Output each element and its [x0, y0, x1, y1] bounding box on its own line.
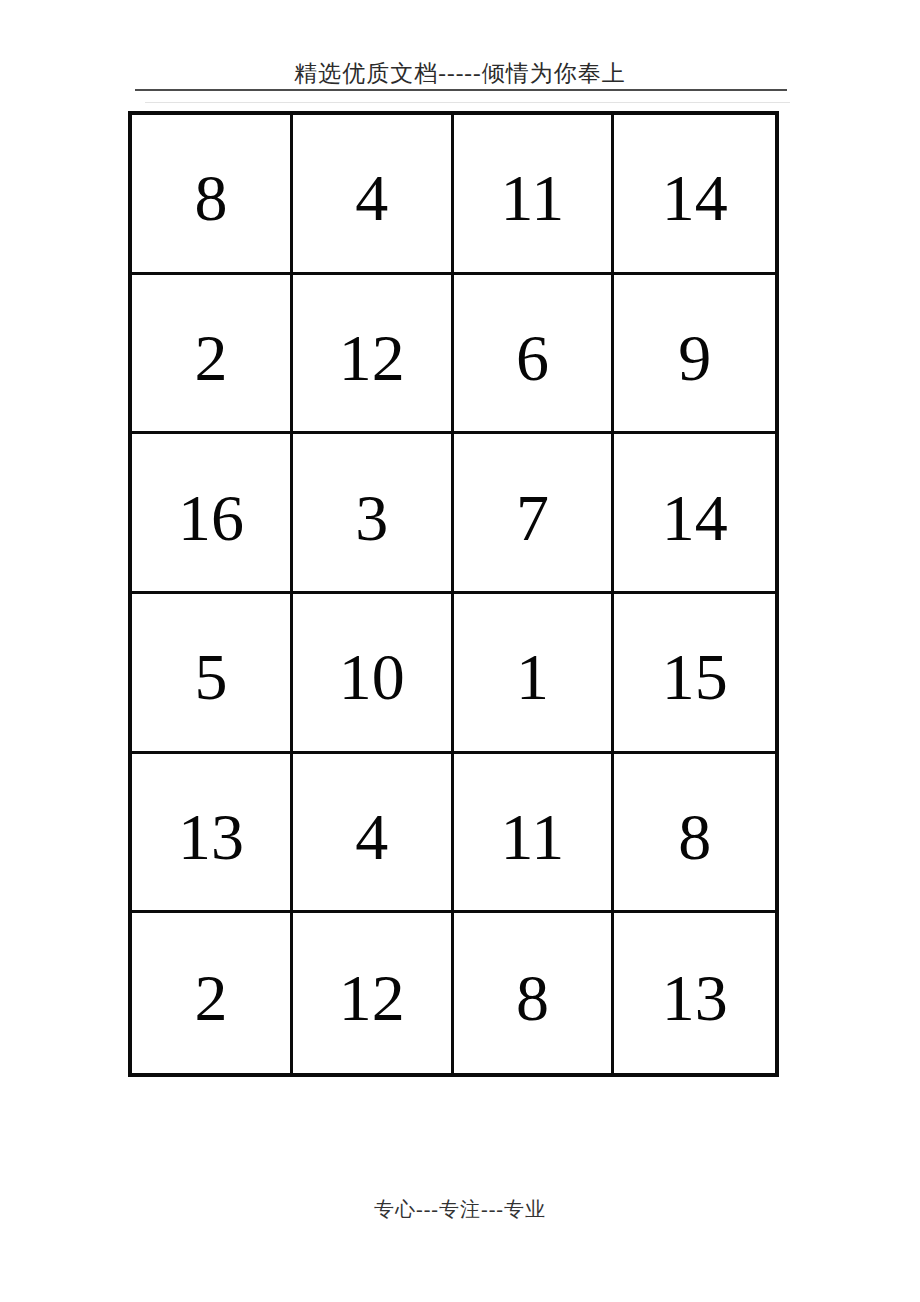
grid-cell-r1c1: 8 — [132, 115, 293, 275]
grid-cell-r2c4: 9 — [614, 275, 775, 435]
grid-cell-r4c1: 5 — [132, 594, 293, 754]
grid-cell-r3c4: 14 — [614, 434, 775, 594]
grid-cell-r1c3: 11 — [454, 115, 615, 275]
grid-cell-r4c3: 1 — [454, 594, 615, 754]
footer-text: 专心---专注---专业 — [0, 1196, 920, 1223]
grid-cell-r2c2: 12 — [293, 275, 454, 435]
grid-cell-r2c3: 6 — [454, 275, 615, 435]
grid-cell-r5c4: 8 — [614, 754, 775, 914]
grid-cell-r4c2: 10 — [293, 594, 454, 754]
grid-cell-r1c2: 4 — [293, 115, 454, 275]
grid-cell-r5c2: 4 — [293, 754, 454, 914]
grid-cell-r6c4: 13 — [614, 913, 775, 1073]
grid-cell-r6c1: 2 — [132, 913, 293, 1073]
header-rule-line — [135, 89, 787, 91]
grid-cell-r5c3: 11 — [454, 754, 615, 914]
grid-cell-r5c1: 13 — [132, 754, 293, 914]
grid-cell-r3c1: 16 — [132, 434, 293, 594]
header-rule-ghost-line — [145, 102, 790, 103]
grid-cell-r6c3: 8 — [454, 913, 615, 1073]
number-grid: 84111421269163714510115134118212813 — [128, 111, 779, 1077]
grid-cell-r4c4: 15 — [614, 594, 775, 754]
grid-cell-r2c1: 2 — [132, 275, 293, 435]
header-text: 精选优质文档-----倾情为你奉上 — [0, 58, 920, 89]
grid-cell-r3c2: 3 — [293, 434, 454, 594]
grid-cell-r3c3: 7 — [454, 434, 615, 594]
grid-cell-r6c2: 12 — [293, 913, 454, 1073]
grid-cell-r1c4: 14 — [614, 115, 775, 275]
